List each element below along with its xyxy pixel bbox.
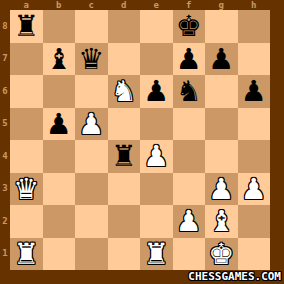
- file-label-g: g: [205, 0, 238, 10]
- square-f5: [173, 108, 206, 141]
- rank-label-8: 8: [0, 10, 10, 43]
- square-b8: [43, 10, 76, 43]
- rank-label-4: 4: [0, 140, 10, 173]
- square-a8: ♜: [10, 10, 43, 43]
- black-pawn: ♟: [241, 75, 267, 107]
- square-d6: ♞: [108, 75, 141, 108]
- watermark-chessgames: CHESSGAMES.COM: [188, 271, 281, 283]
- square-g2: ♝: [205, 205, 238, 238]
- file-coordinates: abcdefgh: [10, 0, 270, 10]
- white-bishop: ♝: [208, 205, 234, 237]
- square-a5: [10, 108, 43, 141]
- square-g8: [205, 10, 238, 43]
- square-c7: ♛: [75, 43, 108, 76]
- black-pawn: ♟: [176, 43, 202, 75]
- square-d4: ♜: [108, 140, 141, 173]
- black-pawn: ♟: [46, 108, 72, 140]
- file-label-b: b: [43, 0, 76, 10]
- square-e8: [140, 10, 173, 43]
- rank-label-5: 5: [0, 108, 10, 141]
- white-pawn: ♟: [78, 108, 104, 140]
- square-e3: [140, 173, 173, 206]
- white-rook: ♜: [13, 238, 39, 270]
- square-h3: ♟: [238, 173, 271, 206]
- square-b1: [43, 238, 76, 271]
- square-b5: ♟: [43, 108, 76, 141]
- white-pawn: ♟: [143, 140, 169, 172]
- square-h4: [238, 140, 271, 173]
- black-king: ♚: [176, 10, 202, 42]
- square-c3: [75, 173, 108, 206]
- rank-label-3: 3: [0, 173, 10, 206]
- square-e6: ♟: [140, 75, 173, 108]
- rank-coordinates: 87654321: [0, 10, 10, 270]
- square-g6: [205, 75, 238, 108]
- square-c1: [75, 238, 108, 271]
- square-f8: ♚: [173, 10, 206, 43]
- square-e5: [140, 108, 173, 141]
- square-c2: [75, 205, 108, 238]
- square-g3: ♟: [205, 173, 238, 206]
- square-f7: ♟: [173, 43, 206, 76]
- square-e1: ♜: [140, 238, 173, 271]
- black-knight: ♞: [176, 75, 202, 107]
- square-f3: [173, 173, 206, 206]
- square-d5: [108, 108, 141, 141]
- square-g5: [205, 108, 238, 141]
- square-b2: [43, 205, 76, 238]
- square-a3: ♛: [10, 173, 43, 206]
- square-b7: ♝: [43, 43, 76, 76]
- file-label-a: a: [10, 0, 43, 10]
- rank-label-6: 6: [0, 75, 10, 108]
- white-pawn: ♟: [241, 173, 267, 205]
- square-g1: ♚: [205, 238, 238, 271]
- rank-label-2: 2: [0, 205, 10, 238]
- white-rook: ♜: [143, 238, 169, 270]
- square-c8: [75, 10, 108, 43]
- square-f6: ♞: [173, 75, 206, 108]
- black-bishop: ♝: [46, 43, 72, 75]
- white-pawn: ♟: [176, 205, 202, 237]
- square-d7: [108, 43, 141, 76]
- square-b4: [43, 140, 76, 173]
- square-d8: [108, 10, 141, 43]
- square-b3: [43, 173, 76, 206]
- rank-label-1: 1: [0, 238, 10, 271]
- file-label-e: e: [140, 0, 173, 10]
- square-c5: ♟: [75, 108, 108, 141]
- square-d1: [108, 238, 141, 271]
- white-king: ♚: [208, 238, 234, 270]
- square-a4: [10, 140, 43, 173]
- black-queen: ♛: [78, 43, 104, 75]
- black-pawn: ♟: [208, 43, 234, 75]
- square-e4: ♟: [140, 140, 173, 173]
- white-pawn: ♟: [208, 173, 234, 205]
- square-a2: [10, 205, 43, 238]
- file-label-c: c: [75, 0, 108, 10]
- chess-board-diagram: abcdefgh 87654321 ♜♚♝♛♟♟♞♟♞♟♟♟♜♟♛♟♟♟♝♜♜♚…: [0, 0, 284, 284]
- file-label-d: d: [108, 0, 141, 10]
- black-rook: ♜: [13, 10, 39, 42]
- square-b6: [43, 75, 76, 108]
- white-knight: ♞: [111, 75, 137, 107]
- square-a1: ♜: [10, 238, 43, 271]
- white-queen: ♛: [13, 173, 39, 205]
- square-a6: [10, 75, 43, 108]
- square-f4: [173, 140, 206, 173]
- square-e7: [140, 43, 173, 76]
- square-e2: [140, 205, 173, 238]
- square-f1: [173, 238, 206, 271]
- square-c4: [75, 140, 108, 173]
- square-h1: [238, 238, 271, 271]
- square-f2: ♟: [173, 205, 206, 238]
- square-h7: [238, 43, 271, 76]
- square-d3: [108, 173, 141, 206]
- square-h6: ♟: [238, 75, 271, 108]
- square-h8: [238, 10, 271, 43]
- square-g4: [205, 140, 238, 173]
- square-h5: [238, 108, 271, 141]
- square-d2: [108, 205, 141, 238]
- square-g7: ♟: [205, 43, 238, 76]
- file-label-h: h: [238, 0, 271, 10]
- square-h2: [238, 205, 271, 238]
- file-label-f: f: [173, 0, 206, 10]
- rank-label-7: 7: [0, 43, 10, 76]
- square-c6: [75, 75, 108, 108]
- chess-board: ♜♚♝♛♟♟♞♟♞♟♟♟♜♟♛♟♟♟♝♜♜♚: [10, 10, 270, 270]
- square-a7: [10, 43, 43, 76]
- black-rook: ♜: [111, 140, 137, 172]
- black-pawn: ♟: [143, 75, 169, 107]
